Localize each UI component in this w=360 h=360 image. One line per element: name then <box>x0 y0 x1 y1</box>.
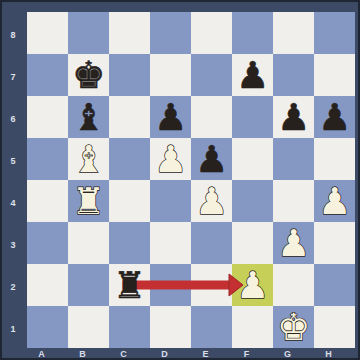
square-b1[interactable] <box>68 306 109 348</box>
square-h8[interactable] <box>314 12 355 54</box>
file-label-h: H <box>308 348 349 360</box>
square-e2[interactable] <box>191 264 232 306</box>
square-h2[interactable] <box>314 264 355 306</box>
file-label-e: E <box>185 348 226 360</box>
square-c1[interactable] <box>109 306 150 348</box>
square-h7[interactable] <box>314 54 355 96</box>
rank-label-6: 6 <box>2 98 24 140</box>
square-b2[interactable] <box>68 264 109 306</box>
square-d2[interactable] <box>150 264 191 306</box>
square-c3[interactable] <box>109 222 150 264</box>
square-g5[interactable] <box>273 138 314 180</box>
file-label-c: C <box>103 348 144 360</box>
square-f4[interactable] <box>232 180 273 222</box>
rank-label-5: 5 <box>2 140 24 182</box>
square-e6[interactable] <box>191 96 232 138</box>
square-e1[interactable] <box>191 306 232 348</box>
piece-black-pawn-g6[interactable]: ♟ <box>273 96 314 138</box>
square-g2[interactable] <box>273 264 314 306</box>
piece-white-rook-b4[interactable]: ♜ <box>68 180 109 222</box>
file-label-a: A <box>21 348 62 360</box>
square-h3[interactable] <box>314 222 355 264</box>
piece-black-pawn-d6[interactable]: ♟ <box>150 96 191 138</box>
square-a7[interactable] <box>27 54 68 96</box>
square-a5[interactable] <box>27 138 68 180</box>
rank-label-8: 8 <box>2 14 24 56</box>
piece-black-pawn-e5[interactable]: ♟ <box>191 138 232 180</box>
rank-label-2: 2 <box>2 266 24 308</box>
rank-label-7: 7 <box>2 56 24 98</box>
square-e8[interactable] <box>191 12 232 54</box>
square-f5[interactable] <box>232 138 273 180</box>
rank-label-1: 1 <box>2 308 24 350</box>
square-g8[interactable] <box>273 12 314 54</box>
square-c7[interactable] <box>109 54 150 96</box>
square-e7[interactable] <box>191 54 232 96</box>
square-c4[interactable] <box>109 180 150 222</box>
piece-white-bishop-b5[interactable]: ♝ <box>68 138 109 180</box>
square-f3[interactable] <box>232 222 273 264</box>
square-f1[interactable] <box>232 306 273 348</box>
square-h5[interactable] <box>314 138 355 180</box>
piece-black-king-b7[interactable]: ♚ <box>68 54 109 96</box>
square-d7[interactable] <box>150 54 191 96</box>
file-label-g: G <box>267 348 308 360</box>
square-c8[interactable] <box>109 12 150 54</box>
piece-white-pawn-e4[interactable]: ♟ <box>191 180 232 222</box>
piece-white-king-g1[interactable]: ♚ <box>273 306 314 348</box>
square-a2[interactable] <box>27 264 68 306</box>
square-f8[interactable] <box>232 12 273 54</box>
piece-black-pawn-f7[interactable]: ♟ <box>232 54 273 96</box>
square-c6[interactable] <box>109 96 150 138</box>
square-a6[interactable] <box>27 96 68 138</box>
square-f6[interactable] <box>232 96 273 138</box>
piece-white-pawn-d5[interactable]: ♟ <box>150 138 191 180</box>
square-d1[interactable] <box>150 306 191 348</box>
piece-black-pawn-h6[interactable]: ♟ <box>314 96 355 138</box>
board-frame: ♚♟♝♟♟♟♝♟♟♜♟♟♟♜♟♚ 87654321ABCDEFGH <box>0 0 360 360</box>
square-b3[interactable] <box>68 222 109 264</box>
piece-white-pawn-g3[interactable]: ♟ <box>273 222 314 264</box>
piece-black-bishop-b6[interactable]: ♝ <box>68 96 109 138</box>
file-label-f: F <box>226 348 267 360</box>
piece-white-pawn-f2[interactable]: ♟ <box>232 264 273 306</box>
square-g7[interactable] <box>273 54 314 96</box>
square-a8[interactable] <box>27 12 68 54</box>
piece-white-pawn-h4[interactable]: ♟ <box>314 180 355 222</box>
rank-label-3: 3 <box>2 224 24 266</box>
piece-black-rook-c2[interactable]: ♜ <box>109 264 150 306</box>
square-h1[interactable] <box>314 306 355 348</box>
square-e3[interactable] <box>191 222 232 264</box>
chess-board[interactable]: ♚♟♝♟♟♟♝♟♟♜♟♟♟♜♟♚ <box>27 12 355 348</box>
square-g4[interactable] <box>273 180 314 222</box>
square-d4[interactable] <box>150 180 191 222</box>
square-b8[interactable] <box>68 12 109 54</box>
file-label-d: D <box>144 348 185 360</box>
rank-label-4: 4 <box>2 182 24 224</box>
square-d8[interactable] <box>150 12 191 54</box>
file-label-b: B <box>62 348 103 360</box>
square-d3[interactable] <box>150 222 191 264</box>
square-a1[interactable] <box>27 306 68 348</box>
square-a3[interactable] <box>27 222 68 264</box>
square-c5[interactable] <box>109 138 150 180</box>
square-a4[interactable] <box>27 180 68 222</box>
